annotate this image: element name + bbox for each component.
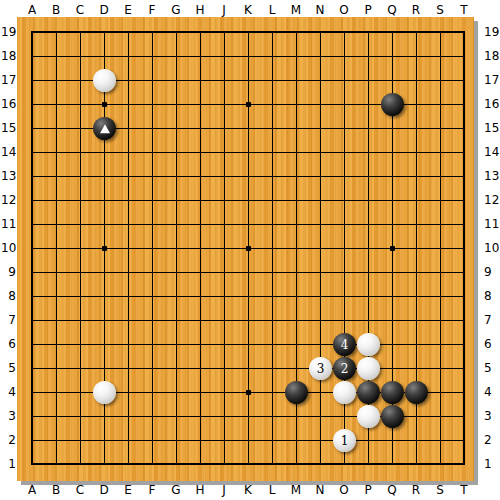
row-label-right-6: 6 [484, 336, 500, 352]
column-label-bottom-J: J [212, 482, 236, 498]
row-label-left-4: 4 [1, 384, 16, 400]
row-label-right-10: 10 [484, 240, 500, 256]
row-label-right-2: 2 [484, 432, 500, 448]
column-label-bottom-O: O [332, 482, 356, 498]
row-label-left-7: 7 [1, 312, 16, 328]
column-label-top-K: K [236, 2, 260, 18]
row-label-right-14: 14 [484, 144, 500, 160]
column-label-bottom-G: G [164, 482, 188, 498]
row-label-left-16: 16 [1, 96, 16, 112]
column-label-top-O: O [332, 2, 356, 18]
grid-line-horizontal [33, 440, 463, 441]
row-label-right-19: 19 [484, 24, 500, 40]
stone-white-N5[interactable]: 3 [309, 357, 332, 380]
grid-line-horizontal [33, 296, 463, 297]
stone-black-Q16[interactable] [381, 93, 404, 116]
column-label-top-H: H [188, 2, 212, 18]
column-label-top-S: S [428, 2, 452, 18]
star-point-D10 [102, 246, 107, 251]
column-label-bottom-T: T [452, 482, 476, 498]
column-label-top-F: F [140, 2, 164, 18]
triangle-marker [100, 124, 110, 133]
row-label-left-10: 10 [1, 240, 16, 256]
stone-white-P5[interactable] [357, 357, 380, 380]
star-point-K16 [246, 102, 251, 107]
row-label-right-13: 13 [484, 168, 500, 184]
row-label-right-18: 18 [484, 48, 500, 64]
grid-line-horizontal [33, 368, 463, 369]
row-label-right-4: 4 [484, 384, 500, 400]
row-label-left-9: 9 [1, 264, 16, 280]
move-number-4: 4 [333, 333, 356, 356]
column-label-top-E: E [116, 2, 140, 18]
row-label-right-16: 16 [484, 96, 500, 112]
column-label-bottom-B: B [44, 482, 68, 498]
row-label-left-1: 1 [1, 456, 16, 472]
row-label-left-14: 14 [1, 144, 16, 160]
stone-black-Q4[interactable] [381, 381, 404, 404]
row-label-left-17: 17 [1, 72, 16, 88]
go-board-page: AABBCCDDEEFFGGHHJJKKLLMMNNOOPPQQRRSSTT19… [0, 0, 500, 500]
row-label-right-7: 7 [484, 312, 500, 328]
star-point-D16 [102, 102, 107, 107]
row-label-right-8: 8 [484, 288, 500, 304]
column-label-bottom-E: E [116, 482, 140, 498]
row-label-right-1: 1 [484, 456, 500, 472]
column-label-bottom-C: C [68, 482, 92, 498]
row-label-right-3: 3 [484, 408, 500, 424]
row-label-left-3: 3 [1, 408, 16, 424]
row-label-right-5: 5 [484, 360, 500, 376]
row-label-left-2: 2 [1, 432, 16, 448]
column-label-bottom-Q: Q [380, 482, 404, 498]
column-label-top-Q: Q [380, 2, 404, 18]
stone-white-D17[interactable] [93, 69, 116, 92]
grid-line-horizontal [33, 344, 463, 345]
grid-line-vertical [320, 33, 321, 463]
grid-line-horizontal [33, 320, 463, 321]
column-label-top-T: T [452, 2, 476, 18]
row-label-right-11: 11 [484, 216, 500, 232]
grid-line-horizontal [33, 272, 463, 273]
column-label-bottom-S: S [428, 482, 452, 498]
row-label-left-5: 5 [1, 360, 16, 376]
stone-black-P4[interactable] [357, 381, 380, 404]
star-point-K10 [246, 246, 251, 251]
column-label-bottom-N: N [308, 482, 332, 498]
column-label-top-C: C [68, 2, 92, 18]
row-label-left-19: 19 [1, 24, 16, 40]
star-point-Q10 [390, 246, 395, 251]
stone-black-O5[interactable]: 2 [333, 357, 356, 380]
column-label-top-D: D [92, 2, 116, 18]
column-label-top-J: J [212, 2, 236, 18]
stone-black-R4[interactable] [405, 381, 428, 404]
column-label-top-N: N [308, 2, 332, 18]
row-label-left-13: 13 [1, 168, 16, 184]
row-label-right-9: 9 [484, 264, 500, 280]
stone-white-P3[interactable] [357, 405, 380, 428]
stone-black-D15[interactable] [93, 117, 116, 140]
column-label-top-R: R [404, 2, 428, 18]
row-label-left-6: 6 [1, 336, 16, 352]
column-label-top-L: L [260, 2, 284, 18]
column-label-bottom-R: R [404, 482, 428, 498]
row-label-left-12: 12 [1, 192, 16, 208]
stone-white-P6[interactable] [357, 333, 380, 356]
column-label-bottom-H: H [188, 482, 212, 498]
star-point-K4 [246, 390, 251, 395]
row-label-left-18: 18 [1, 48, 16, 64]
move-number-1: 1 [333, 429, 356, 452]
stone-white-O4[interactable] [333, 381, 356, 404]
stone-black-O6[interactable]: 4 [333, 333, 356, 356]
row-label-right-12: 12 [484, 192, 500, 208]
stone-white-D4[interactable] [93, 381, 116, 404]
column-label-top-M: M [284, 2, 308, 18]
stone-black-M4[interactable] [285, 381, 308, 404]
column-label-top-A: A [20, 2, 44, 18]
column-label-bottom-M: M [284, 482, 308, 498]
move-number-2: 2 [333, 357, 356, 380]
column-label-top-B: B [44, 2, 68, 18]
column-label-bottom-D: D [92, 482, 116, 498]
row-label-right-15: 15 [484, 120, 500, 136]
grid-line-vertical [272, 33, 273, 463]
column-label-bottom-A: A [20, 482, 44, 498]
stone-black-Q3[interactable] [381, 405, 404, 428]
column-label-top-P: P [356, 2, 380, 18]
row-label-right-17: 17 [484, 72, 500, 88]
row-label-left-8: 8 [1, 288, 16, 304]
move-number-3: 3 [309, 357, 332, 380]
column-label-top-G: G [164, 2, 188, 18]
stone-white-O2[interactable]: 1 [333, 429, 356, 452]
row-label-left-15: 15 [1, 120, 16, 136]
column-label-bottom-P: P [356, 482, 380, 498]
grid-line-vertical [440, 33, 441, 463]
column-label-bottom-K: K [236, 482, 260, 498]
column-label-bottom-F: F [140, 482, 164, 498]
column-label-bottom-L: L [260, 482, 284, 498]
row-label-left-11: 11 [1, 216, 16, 232]
